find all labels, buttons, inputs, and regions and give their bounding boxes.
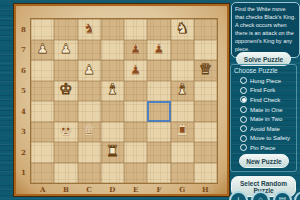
rank-label-4: 4 (16, 101, 31, 122)
square-a3[interactable] (31, 122, 54, 143)
piece-black-pawn[interactable]: ♟ (130, 63, 142, 76)
piece-white-pawn[interactable]: ♟ (60, 42, 72, 55)
puzzle-option-find-check[interactable]: Find Check (231, 95, 296, 105)
piece-white-knight[interactable]: ♞ (175, 21, 188, 36)
square-f6[interactable] (147, 60, 170, 81)
puzzle-option-label: Mate in Two (250, 116, 282, 122)
file-label-a: A (31, 183, 54, 196)
puzzle-option-find-fork[interactable]: Find Fork (231, 86, 296, 96)
square-e5[interactable] (124, 81, 147, 102)
radio-icon[interactable] (240, 116, 247, 123)
puzzle-options: Hung PieceFind ForkFind CheckMate in One… (231, 76, 296, 153)
puzzle-option-label: Pin Piece (250, 145, 275, 151)
file-label-e: E (124, 183, 147, 196)
square-d2[interactable]: ♜ (101, 142, 124, 163)
rank-label-7: 7 (16, 40, 31, 61)
square-d6[interactable] (101, 60, 124, 81)
square-b5[interactable]: ♚ (54, 81, 77, 102)
square-b8[interactable] (54, 19, 77, 40)
radio-selected-icon[interactable] (240, 96, 247, 103)
square-e6[interactable]: ♟ (124, 60, 147, 81)
square-d5[interactable]: ♝ (101, 81, 124, 102)
square-c5[interactable] (78, 81, 101, 102)
file-labels: ABCDEFGH (31, 183, 217, 196)
puzzle-option-label: Find Check (250, 97, 280, 103)
square-a8[interactable] (31, 19, 54, 40)
square-a2[interactable] (31, 142, 54, 163)
square-a1[interactable] (31, 163, 54, 184)
square-a5[interactable] (31, 81, 54, 102)
square-g1[interactable] (171, 163, 194, 184)
piece-black-rook[interactable]: ♜ (175, 123, 188, 138)
chess-puzzle-app: 87654321 ♞♞♟♟♟♟♟♟♛♚♝♝♚♛♜♜ ABCDEFGH Find … (0, 0, 300, 200)
puzzle-option-move-to-safety[interactable]: Move to Safety (231, 134, 296, 144)
square-f3[interactable] (147, 122, 170, 143)
puzzle-option-mate-in-one[interactable]: Mate in One (231, 105, 296, 115)
square-c6[interactable]: ♟ (78, 60, 101, 81)
square-g7[interactable] (171, 40, 194, 61)
square-h6[interactable]: ♛ (194, 60, 217, 81)
board-grid: ♞♞♟♟♟♟♟♟♛♚♝♝♚♛♜♜ (31, 19, 217, 183)
square-f8[interactable] (147, 19, 170, 40)
piece-white-pawn[interactable]: ♟ (83, 63, 95, 76)
square-b2[interactable] (54, 142, 77, 163)
square-e2[interactable] (124, 142, 147, 163)
rank-label-2: 2 (16, 142, 31, 163)
square-f2[interactable] (147, 142, 170, 163)
puzzle-option-label: Hung Piece (250, 78, 281, 84)
square-g2[interactable] (171, 142, 194, 163)
square-g3[interactable]: ♜ (171, 122, 194, 143)
file-label-d: D (101, 183, 124, 196)
square-f1[interactable] (147, 163, 170, 184)
new-puzzle-button[interactable]: New Puzzle (239, 154, 289, 168)
square-d4[interactable] (101, 101, 124, 122)
piece-black-pawn[interactable]: ♟ (130, 42, 142, 55)
rank-labels: 87654321 (16, 19, 31, 183)
radio-icon[interactable] (240, 135, 247, 142)
square-e7[interactable]: ♟ (124, 40, 147, 61)
radio-icon[interactable] (240, 77, 247, 84)
piece-white-bishop[interactable]: ♝ (175, 82, 188, 97)
file-label-f: F (147, 183, 170, 196)
rank-label-1: 1 (16, 163, 31, 184)
square-d3[interactable] (101, 122, 124, 143)
square-f5[interactable] (147, 81, 170, 102)
chess-board: 87654321 ♞♞♟♟♟♟♟♟♛♚♝♝♚♛♜♜ ABCDEFGH (14, 4, 229, 196)
square-g8[interactable]: ♞ (171, 19, 194, 40)
radio-icon[interactable] (240, 106, 247, 113)
puzzle-option-avoid-mate[interactable]: Avoid Mate (231, 124, 296, 134)
piece-white-king[interactable]: ♚ (59, 82, 72, 97)
file-label-c: C (78, 183, 101, 196)
puzzle-option-label: Avoid Mate (250, 126, 280, 132)
puzzle-option-pin-piece[interactable]: Pin Piece (231, 143, 296, 153)
square-a4[interactable] (31, 101, 54, 122)
piece-white-queen[interactable]: ♛ (199, 62, 212, 77)
square-b6[interactable] (54, 60, 77, 81)
square-h1[interactable] (194, 163, 217, 184)
square-h8[interactable] (194, 19, 217, 40)
square-h4[interactable] (194, 101, 217, 122)
square-h3[interactable] (194, 122, 217, 143)
square-g4[interactable] (171, 101, 194, 122)
side-panel: Find the White move that checks Black's … (229, 0, 300, 200)
square-d8[interactable] (101, 19, 124, 40)
file-label-b: B (54, 183, 77, 196)
file-label-h: H (194, 183, 217, 196)
square-e8[interactable] (124, 19, 147, 40)
square-c4[interactable] (78, 101, 101, 122)
choose-puzzle-group: Choose Puzzle Hung PieceFind ForkFind Ch… (230, 64, 297, 172)
square-d7[interactable] (101, 40, 124, 61)
radio-icon[interactable] (240, 144, 247, 151)
square-c7[interactable] (78, 40, 101, 61)
piece-black-queen[interactable]: ♛ (82, 123, 95, 138)
square-c8[interactable]: ♞ (78, 19, 101, 40)
piece-black-king[interactable]: ♚ (59, 123, 72, 138)
rank-label-8: 8 (16, 19, 31, 40)
puzzle-option-label: Mate in One (250, 107, 283, 113)
square-g5[interactable]: ♝ (171, 81, 194, 102)
piece-white-rook[interactable]: ♜ (106, 144, 119, 159)
square-b7[interactable]: ♟ (54, 40, 77, 61)
square-c1[interactable] (78, 163, 101, 184)
square-g6[interactable] (171, 60, 194, 81)
square-f7[interactable]: ♟ (147, 40, 170, 61)
square-h7[interactable] (194, 40, 217, 61)
puzzle-option-mate-in-two[interactable]: Mate in Two (231, 114, 296, 124)
square-c3[interactable]: ♛ (78, 122, 101, 143)
radio-icon[interactable] (240, 125, 247, 132)
square-b3[interactable]: ♚ (54, 122, 77, 143)
puzzle-option-label: Find Fork (250, 87, 275, 93)
square-a6[interactable] (31, 60, 54, 81)
square-e4[interactable] (124, 101, 147, 122)
square-b4[interactable] (54, 101, 77, 122)
square-a7[interactable]: ♟ (31, 40, 54, 61)
puzzle-option-label: Move to Safety (250, 135, 290, 141)
piece-black-pawn[interactable]: ♟ (153, 42, 165, 55)
square-e1[interactable] (124, 163, 147, 184)
square-e3[interactable] (124, 122, 147, 143)
choose-puzzle-title: Choose Puzzle (231, 65, 296, 76)
square-f4[interactable] (147, 101, 170, 122)
puzzle-option-hung-piece[interactable]: Hung Piece (231, 76, 296, 86)
square-h2[interactable] (194, 142, 217, 163)
piece-white-pawn[interactable]: ♟ (37, 42, 49, 55)
rank-label-6: 6 (16, 60, 31, 81)
rank-label-3: 3 (16, 122, 31, 143)
piece-white-bishop[interactable]: ♝ (106, 82, 119, 97)
square-b1[interactable] (54, 163, 77, 184)
square-d1[interactable] (101, 163, 124, 184)
piece-black-knight[interactable]: ♞ (82, 21, 95, 36)
rank-label-5: 5 (16, 81, 31, 102)
radio-icon[interactable] (240, 87, 247, 94)
puzzle-instructions: Find the White move that checks Black's … (231, 2, 300, 58)
square-h5[interactable] (194, 81, 217, 102)
square-c2[interactable] (78, 142, 101, 163)
file-label-g: G (171, 183, 194, 196)
